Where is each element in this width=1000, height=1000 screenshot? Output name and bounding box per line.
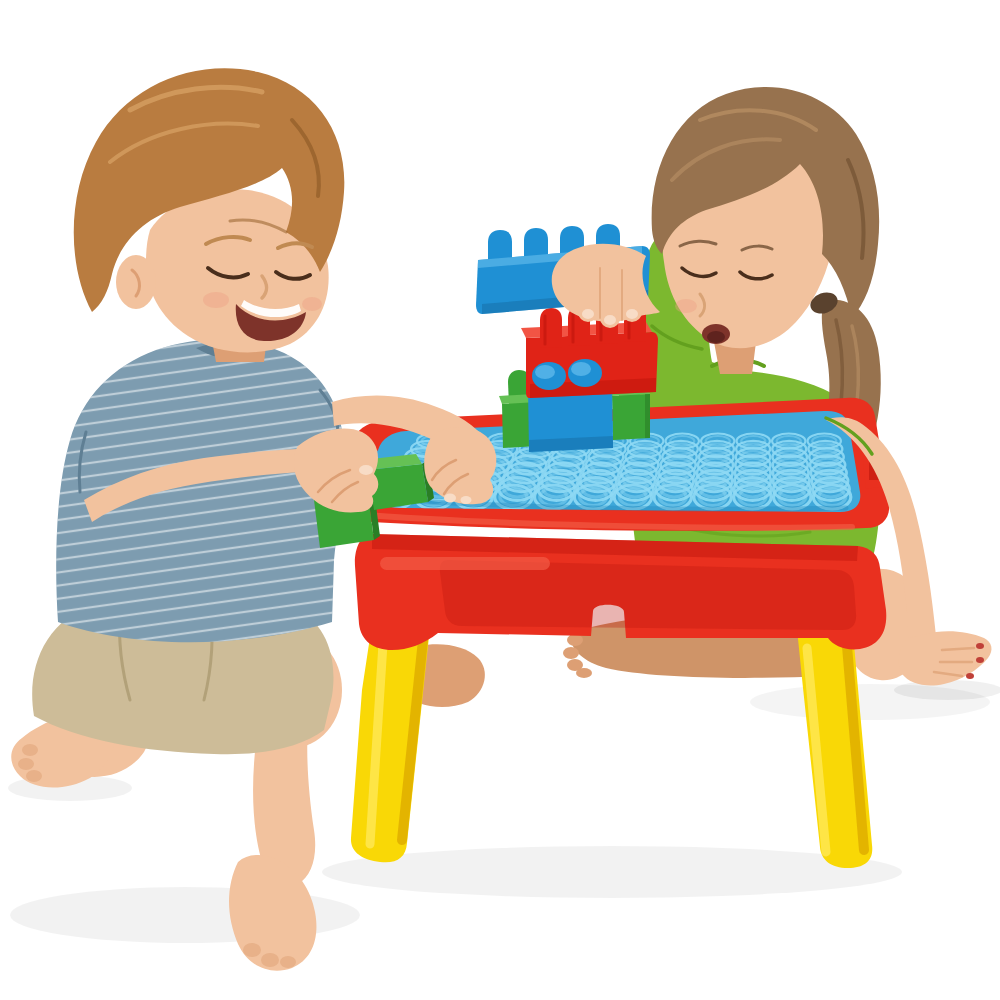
boy-ear — [116, 255, 156, 309]
apron-inner-panel — [440, 560, 856, 630]
finger-nail — [604, 315, 616, 325]
finger-nail — [582, 309, 594, 319]
boy-toe — [18, 758, 34, 770]
boy-blush — [302, 297, 322, 311]
finger-nail — [461, 496, 472, 504]
table-shadow — [322, 846, 902, 898]
girl-blush — [675, 299, 697, 313]
thumb-nail — [359, 465, 373, 475]
boy-toe — [280, 956, 296, 968]
girl-toe — [567, 634, 583, 646]
girl-mouth-inner — [707, 331, 725, 343]
painted-nail — [966, 673, 974, 679]
product-photo — [0, 0, 1000, 1000]
photo-canvas — [0, 0, 1000, 1000]
stud-highlight — [535, 365, 555, 379]
boy-toe — [261, 953, 279, 967]
finger-nail — [626, 309, 638, 319]
girl-toe — [576, 668, 592, 678]
painted-nail — [976, 643, 984, 649]
girl-toe — [563, 647, 579, 659]
finger-nail — [444, 494, 456, 503]
top-brick-stud — [488, 230, 512, 262]
apron-highlight — [380, 557, 550, 570]
boy-toe — [22, 744, 38, 756]
painted-nail — [976, 657, 984, 663]
boy-blush — [203, 292, 229, 308]
stud-highlight — [571, 362, 591, 376]
boy-toe — [26, 770, 42, 782]
boy-toe — [243, 943, 261, 957]
